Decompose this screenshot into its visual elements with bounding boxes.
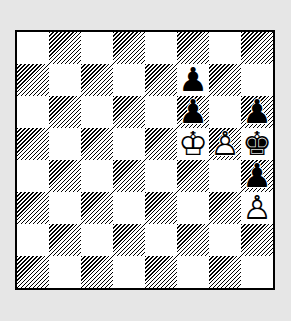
square-e4 <box>145 160 177 192</box>
square-a8 <box>17 32 49 64</box>
square-d3 <box>113 192 145 224</box>
square-g7 <box>209 64 241 96</box>
square-b5 <box>49 128 81 160</box>
square-e5 <box>145 128 177 160</box>
square-g3 <box>209 192 241 224</box>
square-e2 <box>145 224 177 256</box>
square-b7 <box>49 64 81 96</box>
square-e1 <box>145 256 177 288</box>
square-g4 <box>209 160 241 192</box>
square-h8 <box>241 32 273 64</box>
square-a3 <box>17 192 49 224</box>
square-a2 <box>17 224 49 256</box>
square-c3 <box>81 192 113 224</box>
square-b6 <box>49 96 81 128</box>
square-f1 <box>177 256 209 288</box>
square-h1 <box>241 256 273 288</box>
square-g2 <box>209 224 241 256</box>
square-d2 <box>113 224 145 256</box>
square-c8 <box>81 32 113 64</box>
white-king-f5: ♚♔ <box>177 128 209 160</box>
white-king-icon: ♔ <box>177 128 209 160</box>
square-f2 <box>177 224 209 256</box>
square-b2 <box>49 224 81 256</box>
square-b8 <box>49 32 81 64</box>
square-g5: ♟♙ <box>209 128 241 160</box>
square-a7 <box>17 64 49 96</box>
square-e7 <box>145 64 177 96</box>
square-a6 <box>17 96 49 128</box>
square-h3: ♟♙ <box>241 192 273 224</box>
square-c4 <box>81 160 113 192</box>
square-c5 <box>81 128 113 160</box>
square-a1 <box>17 256 49 288</box>
square-g1 <box>209 256 241 288</box>
square-c6 <box>81 96 113 128</box>
square-f4 <box>177 160 209 192</box>
square-h2 <box>241 224 273 256</box>
square-e8 <box>145 32 177 64</box>
page: ♟♟♟♟♟♟♚♔♟♙♚♚♟♟♟♙ <box>0 0 291 321</box>
square-a5 <box>17 128 49 160</box>
square-d8 <box>113 32 145 64</box>
square-c7 <box>81 64 113 96</box>
square-e3 <box>145 192 177 224</box>
square-b3 <box>49 192 81 224</box>
square-d7 <box>113 64 145 96</box>
white-pawn-icon: ♙ <box>209 128 241 160</box>
square-b1 <box>49 256 81 288</box>
square-f5: ♚♔ <box>177 128 209 160</box>
square-c1 <box>81 256 113 288</box>
white-pawn-g5: ♟♙ <box>209 128 241 160</box>
square-d4 <box>113 160 145 192</box>
square-c2 <box>81 224 113 256</box>
square-d5 <box>113 128 145 160</box>
square-f3 <box>177 192 209 224</box>
white-pawn-h3: ♟♙ <box>241 192 273 224</box>
chess-board: ♟♟♟♟♟♟♚♔♟♙♚♚♟♟♟♙ <box>15 30 275 290</box>
square-b4 <box>49 160 81 192</box>
square-e6 <box>145 96 177 128</box>
square-d1 <box>113 256 145 288</box>
square-g8 <box>209 32 241 64</box>
white-pawn-icon: ♙ <box>241 192 273 224</box>
square-d6 <box>113 96 145 128</box>
square-a4 <box>17 160 49 192</box>
